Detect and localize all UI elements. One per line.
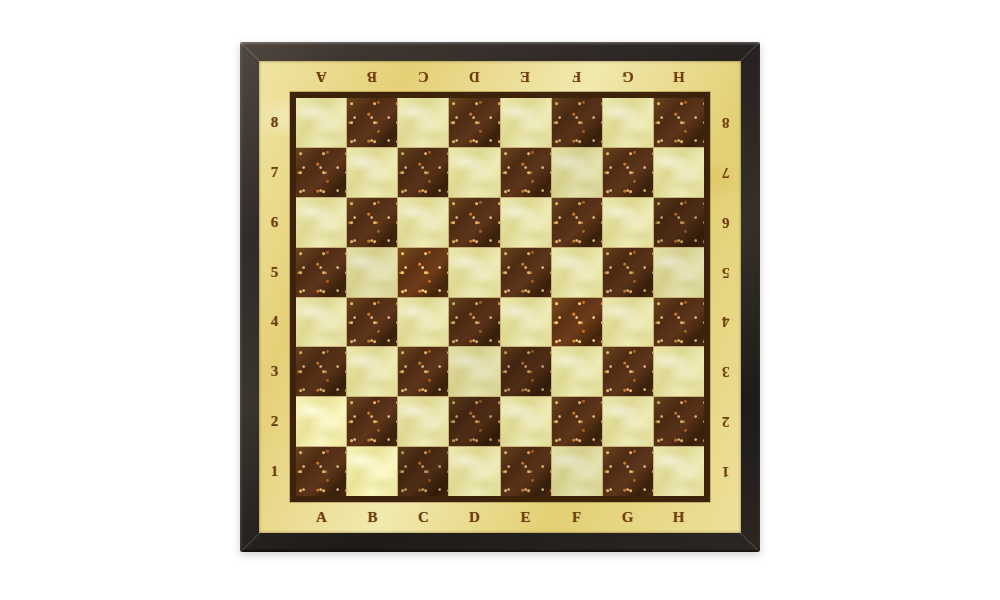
square-d7[interactable]	[449, 148, 499, 197]
file-label-bottom-b: B	[367, 510, 377, 525]
square-d6[interactable]	[449, 198, 499, 247]
square-b3[interactable]	[347, 347, 397, 396]
rank-label-right-2: 2	[722, 414, 730, 429]
square-c4[interactable]	[398, 298, 448, 347]
square-d2[interactable]	[449, 397, 499, 446]
square-e5[interactable]	[501, 248, 551, 297]
square-g4[interactable]	[603, 298, 653, 347]
file-label-top-f: F	[572, 69, 581, 84]
square-c1[interactable]	[398, 447, 448, 496]
square-f3[interactable]	[552, 347, 602, 396]
square-f2[interactable]	[552, 397, 602, 446]
file-label-bottom-d: D	[469, 510, 480, 525]
rank-label-right-4: 4	[722, 314, 730, 329]
file-label-top-a: A	[316, 69, 327, 84]
square-g3[interactable]	[603, 347, 653, 396]
square-f8[interactable]	[552, 98, 602, 147]
chess-board: ABCDEFGH 87654321 87654321 ABCDEFGH	[240, 42, 760, 552]
square-a7[interactable]	[296, 148, 346, 197]
square-a5[interactable]	[296, 248, 346, 297]
file-label-bottom-a: A	[316, 510, 327, 525]
square-a8[interactable]	[296, 98, 346, 147]
frame-mitre-seam	[740, 41, 761, 62]
square-d3[interactable]	[449, 347, 499, 396]
file-labels-bottom: ABCDEFGH	[290, 502, 710, 533]
file-label-bottom-e: E	[520, 510, 530, 525]
file-label-top-d: D	[469, 69, 480, 84]
square-h7[interactable]	[654, 148, 704, 197]
square-h4[interactable]	[654, 298, 704, 347]
square-e7[interactable]	[501, 148, 551, 197]
square-h5[interactable]	[654, 248, 704, 297]
file-label-bottom-f: F	[572, 510, 581, 525]
file-labels-top: ABCDEFGH	[290, 61, 710, 92]
square-e8[interactable]	[501, 98, 551, 147]
rank-label-right-3: 3	[722, 364, 730, 379]
square-d5[interactable]	[449, 248, 499, 297]
square-e2[interactable]	[501, 397, 551, 446]
square-h6[interactable]	[654, 198, 704, 247]
square-b6[interactable]	[347, 198, 397, 247]
product-photo-scene: ABCDEFGH 87654321 87654321 ABCDEFGH	[0, 0, 1000, 600]
file-label-bottom-h: H	[673, 510, 685, 525]
rank-label-right-6: 6	[722, 215, 730, 230]
square-b4[interactable]	[347, 298, 397, 347]
rank-label-left-8: 8	[271, 115, 279, 130]
square-b1[interactable]	[347, 447, 397, 496]
rank-labels-right: 87654321	[710, 92, 741, 502]
rank-labels-left: 87654321	[259, 92, 290, 502]
square-f1[interactable]	[552, 447, 602, 496]
rank-label-left-7: 7	[271, 165, 279, 180]
board-grid	[290, 92, 710, 502]
rank-label-right-5: 5	[722, 265, 730, 280]
file-label-top-c: C	[418, 69, 429, 84]
square-b8[interactable]	[347, 98, 397, 147]
rank-label-left-5: 5	[271, 265, 279, 280]
square-c5[interactable]	[398, 248, 448, 297]
square-e4[interactable]	[501, 298, 551, 347]
square-e1[interactable]	[501, 447, 551, 496]
square-a4[interactable]	[296, 298, 346, 347]
square-a3[interactable]	[296, 347, 346, 396]
rank-label-left-4: 4	[271, 314, 279, 329]
file-label-top-e: E	[520, 69, 530, 84]
square-c6[interactable]	[398, 198, 448, 247]
square-g8[interactable]	[603, 98, 653, 147]
square-h1[interactable]	[654, 447, 704, 496]
square-h8[interactable]	[654, 98, 704, 147]
frame-mitre-seam	[740, 532, 761, 553]
frame-mitre-seam	[240, 532, 261, 553]
rank-label-left-2: 2	[271, 414, 279, 429]
file-label-top-b: B	[367, 69, 377, 84]
rank-label-left-6: 6	[271, 215, 279, 230]
square-c3[interactable]	[398, 347, 448, 396]
square-e6[interactable]	[501, 198, 551, 247]
square-g1[interactable]	[603, 447, 653, 496]
square-b7[interactable]	[347, 148, 397, 197]
rank-label-right-7: 7	[722, 165, 730, 180]
rank-label-right-1: 1	[722, 464, 730, 479]
file-label-bottom-g: G	[622, 510, 634, 525]
square-g2[interactable]	[603, 397, 653, 446]
square-f4[interactable]	[552, 298, 602, 347]
square-f5[interactable]	[552, 248, 602, 297]
square-a6[interactable]	[296, 198, 346, 247]
square-g7[interactable]	[603, 148, 653, 197]
square-a2[interactable]	[296, 397, 346, 446]
square-g5[interactable]	[603, 248, 653, 297]
square-e3[interactable]	[501, 347, 551, 396]
square-d4[interactable]	[449, 298, 499, 347]
square-c2[interactable]	[398, 397, 448, 446]
square-f6[interactable]	[552, 198, 602, 247]
square-a1[interactable]	[296, 447, 346, 496]
square-b2[interactable]	[347, 397, 397, 446]
square-g6[interactable]	[603, 198, 653, 247]
frame-mitre-seam	[240, 41, 261, 62]
file-label-top-h: H	[673, 69, 685, 84]
file-label-bottom-c: C	[418, 510, 429, 525]
square-h2[interactable]	[654, 397, 704, 446]
square-d8[interactable]	[449, 98, 499, 147]
file-label-top-g: G	[622, 69, 634, 84]
rank-label-left-1: 1	[271, 464, 279, 479]
square-h3[interactable]	[654, 347, 704, 396]
amber-coordinate-border: ABCDEFGH 87654321 87654321 ABCDEFGH	[259, 61, 741, 533]
square-d1[interactable]	[449, 447, 499, 496]
square-f7[interactable]	[552, 148, 602, 197]
square-c8[interactable]	[398, 98, 448, 147]
rank-label-right-8: 8	[722, 115, 730, 130]
square-b5[interactable]	[347, 248, 397, 297]
square-c7[interactable]	[398, 148, 448, 197]
rank-label-left-3: 3	[271, 364, 279, 379]
